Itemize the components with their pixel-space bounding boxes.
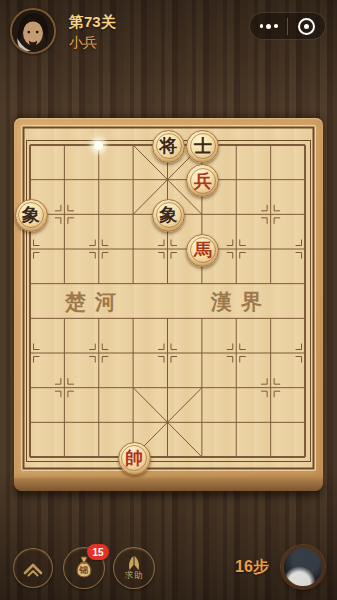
- piece-glyph: 象: [22, 206, 40, 224]
- hint-count-badge: 15: [87, 544, 109, 560]
- piece-将-black[interactable]: 将: [152, 130, 185, 163]
- ask-help-button[interactable]: 求助: [113, 547, 155, 589]
- chevron-up-icon: [20, 555, 46, 581]
- exit-button[interactable]: [288, 13, 325, 39]
- hint-bag-button[interactable]: 锦 15: [63, 547, 105, 589]
- piece-glyph: 将: [160, 137, 178, 155]
- level-title: 第73关: [69, 13, 116, 32]
- river-label-right: 漢界: [210, 289, 271, 314]
- river-label-left: 楚河: [64, 289, 125, 314]
- piece-象-black[interactable]: 象: [15, 199, 48, 232]
- help-label: 求助: [125, 570, 144, 582]
- expand-button[interactable]: [13, 548, 53, 588]
- piece-glyph: 帥: [125, 449, 143, 467]
- game-screen: 第73关 小兵 楚河漢界将士兵象象馬帥 锦 15 求助: [0, 0, 337, 600]
- piece-glyph: 馬: [194, 241, 212, 259]
- player-avatar[interactable]: [10, 8, 56, 54]
- piece-帥-red[interactable]: 帥: [118, 442, 151, 475]
- piece-glyph: 士: [194, 137, 212, 155]
- piece-glyph: 兵: [194, 172, 212, 190]
- xiangqi-board[interactable]: 楚河漢界将士兵象象馬帥: [14, 118, 323, 478]
- board-grid: 楚河漢界: [14, 118, 323, 478]
- more-button[interactable]: [250, 13, 287, 39]
- target-icon: [298, 18, 315, 35]
- ellipsis-icon: [260, 24, 278, 29]
- svg-text:锦: 锦: [79, 565, 89, 575]
- board-edge: [14, 478, 323, 491]
- warrior-portrait-icon: [12, 10, 54, 52]
- piece-glyph: 象: [160, 206, 178, 224]
- piece-士-black[interactable]: 士: [186, 130, 219, 163]
- piece-馬-red[interactable]: 馬: [186, 234, 219, 267]
- opponent-avatar[interactable]: [281, 545, 325, 589]
- step-counter: 16步: [226, 557, 278, 578]
- hint-sparkle: [94, 141, 103, 150]
- piece-象-black[interactable]: 象: [152, 199, 185, 232]
- level-subtitle: 小兵: [69, 34, 97, 52]
- miniprogram-capsule: [249, 12, 326, 40]
